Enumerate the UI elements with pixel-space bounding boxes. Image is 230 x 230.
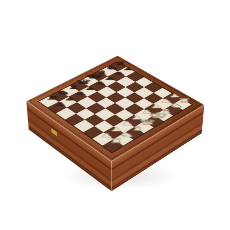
piece-white-rook: ♜ [109, 138, 125, 144]
square-b4 [84, 114, 104, 126]
square-d1 [134, 121, 154, 133]
square-b6 [67, 102, 86, 113]
square-a3 [83, 126, 103, 139]
square-b1 [113, 133, 133, 146]
piece-white-bishop: ♝ [129, 125, 146, 132]
square-c1 [123, 127, 143, 140]
square-c3 [104, 114, 124, 126]
brass-latch [51, 127, 58, 138]
square-d2 [124, 115, 144, 127]
piece-white-pawn: ♟ [99, 133, 112, 138]
piece-white-knight: ♞ [119, 132, 135, 138]
square-b2 [103, 127, 123, 140]
product-photo-scene: ♜♞♝♛♚♝♞♜♟♟♟♟♟♟♟♟♟♟♟♟♟♟♟♟♜♞♝♛♚♝♞♜ [0, 0, 230, 230]
square-c4 [95, 108, 115, 120]
square-a5 [65, 114, 85, 126]
square-b5 [75, 108, 94, 120]
square-c5 [86, 103, 105, 114]
square-a6 [56, 108, 75, 120]
piece-white-queen: ♛ [138, 119, 157, 126]
square-b3 [94, 120, 114, 132]
piece-black-pawn: ♟ [94, 81, 106, 85]
piece-black-pawn: ♟ [114, 71, 126, 75]
square-d3 [114, 109, 134, 121]
square-a4 [74, 120, 94, 132]
piece-white-pawn: ♟ [110, 127, 123, 132]
piece-black-pawn: ♟ [54, 102, 67, 107]
square-c2 [114, 121, 134, 133]
chess-box: ♜♞♝♛♚♝♞♜♟♟♟♟♟♟♟♟♟♟♟♟♟♟♟♟♜♞♝♛♚♝♞♜ [26, 56, 204, 162]
square-d4 [105, 103, 124, 114]
piece-black-pawn: ♟ [75, 91, 88, 95]
piece-white-pawn: ♟ [120, 121, 133, 126]
square-a1 [102, 139, 123, 152]
square-a2 [92, 133, 112, 146]
piece-black-rook: ♜ [45, 95, 60, 100]
